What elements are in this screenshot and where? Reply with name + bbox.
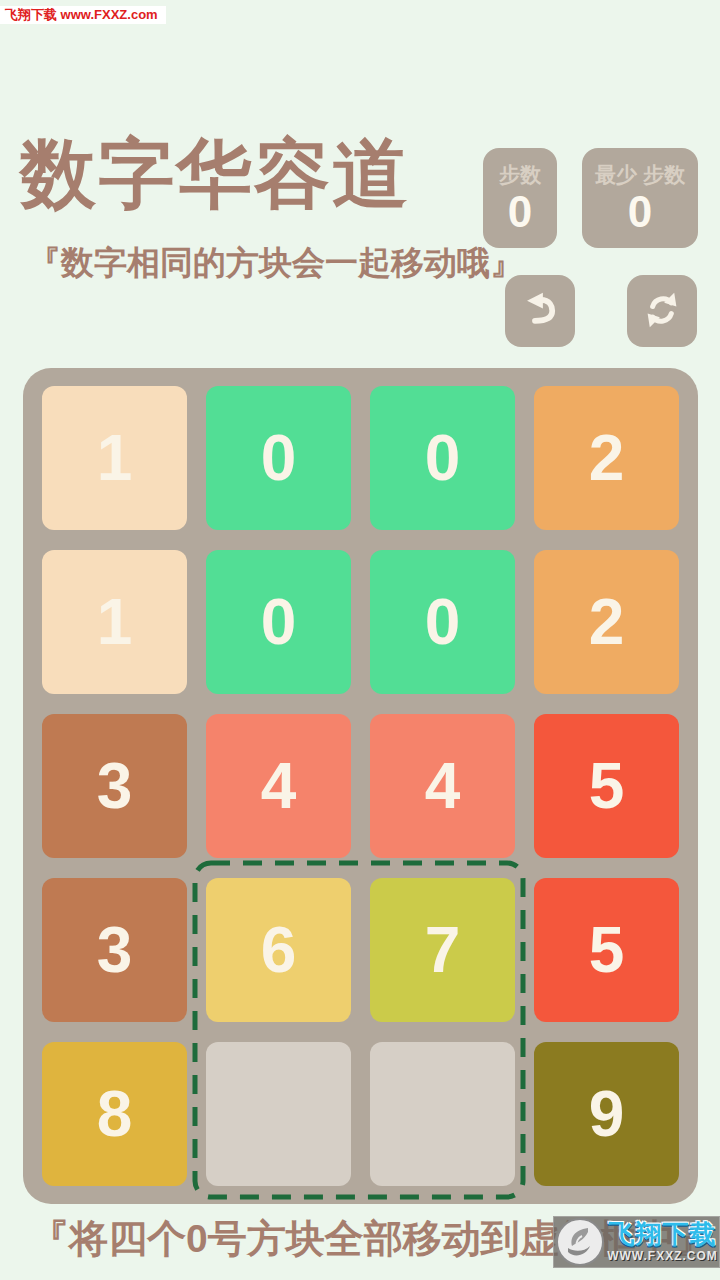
tile-1[interactable]: 1: [42, 550, 187, 694]
empty-cell: [206, 1042, 351, 1186]
bottom-watermark: 飞翔下载 WWW.FXXZ.COM: [553, 1216, 720, 1268]
refresh-icon: [639, 287, 685, 336]
tile-9[interactable]: 9: [534, 1042, 679, 1186]
puzzle-board: 100210023445367589: [23, 368, 698, 1204]
tile-0[interactable]: 0: [370, 386, 515, 530]
top-watermark: 飞翔下载 www.FXXZ.com: [0, 6, 166, 24]
bottom-watermark-url: WWW.FXXZ.COM: [607, 1249, 718, 1263]
tile-2[interactable]: 2: [534, 550, 679, 694]
steps-value: 0: [508, 189, 532, 235]
top-watermark-text: 飞翔下载 www.FXXZ.com: [5, 6, 158, 24]
tile-2[interactable]: 2: [534, 386, 679, 530]
min-steps-label: 最少 步数: [595, 161, 685, 189]
tile-4[interactable]: 4: [206, 714, 351, 858]
undo-button[interactable]: [505, 275, 575, 347]
empty-cell: [370, 1042, 515, 1186]
min-steps-value: 0: [628, 189, 652, 235]
steps-counter: 步数 0: [483, 148, 557, 248]
page-subtitle: 『数字相同的方块会一起移动哦』: [28, 243, 523, 283]
tile-7[interactable]: 7: [370, 878, 515, 1022]
tile-6[interactable]: 6: [206, 878, 351, 1022]
steps-label: 步数: [499, 161, 541, 189]
bottom-watermark-title: 飞翔下载: [609, 1221, 717, 1248]
tile-3[interactable]: 3: [42, 714, 187, 858]
tile-0[interactable]: 0: [370, 550, 515, 694]
fxxz-logo-icon: [556, 1218, 604, 1266]
game-screen: { "game": "数字华容道 (Number Klotski / Huaro…: [0, 0, 720, 1280]
tile-3[interactable]: 3: [42, 878, 187, 1022]
tile-0[interactable]: 0: [206, 386, 351, 530]
restart-button[interactable]: [627, 275, 697, 347]
tile-8[interactable]: 8: [42, 1042, 187, 1186]
page-title: 数字华容道: [20, 136, 410, 212]
undo-arrow-icon: [517, 287, 563, 336]
tile-0[interactable]: 0: [206, 550, 351, 694]
tile-5[interactable]: 5: [534, 714, 679, 858]
min-steps-counter: 最少 步数 0: [582, 148, 698, 248]
tile-1[interactable]: 1: [42, 386, 187, 530]
tile-4[interactable]: 4: [370, 714, 515, 858]
tile-5[interactable]: 5: [534, 878, 679, 1022]
